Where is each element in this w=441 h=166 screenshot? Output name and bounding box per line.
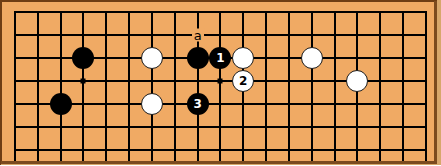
white-stone-Q16 [346,70,368,92]
grid-line-vertical [402,70,404,93]
grid-line-vertical [242,139,244,162]
grid-line-vertical [60,24,62,47]
intersection-G13[interactable] [141,139,164,162]
intersection-R16[interactable] [369,70,392,93]
grid-line-vertical [105,70,107,93]
intersection-P18[interactable] [323,24,346,47]
intersection-C15[interactable] [49,93,72,116]
intersection-G14[interactable] [141,116,164,139]
grid-line-vertical [402,139,404,162]
grid-line-vertical [265,139,267,162]
board-frame-top [0,0,441,2]
grid-line-vertical [37,70,39,93]
intersection-M14[interactable] [255,116,278,139]
grid-line-vertical [128,139,130,162]
intersection-P16[interactable] [323,70,346,93]
intersection-C17[interactable] [49,47,72,70]
grid-line-vertical [379,47,381,70]
intersection-D17[interactable] [72,47,95,70]
intersection-S16[interactable] [392,70,415,93]
grid-line-vertical [265,116,267,139]
intersection-D14[interactable] [72,116,95,139]
grid-line-vertical [105,11,107,24]
intersection-S18[interactable] [392,24,415,47]
grid-line-vertical [265,70,267,93]
grid-line-vertical [425,93,427,116]
grid-line-vertical [105,24,107,47]
grid-line-vertical [60,139,62,162]
grid-line-vertical [311,70,313,93]
intersection-A16[interactable] [4,70,27,93]
grid-line-vertical [37,11,39,24]
grid-line-vertical [311,11,313,24]
grid-line-vertical [82,93,84,116]
grid-line-vertical [402,47,404,70]
intersection-K19[interactable] [209,1,232,24]
white-stone-O17 [301,47,323,69]
intersection-D18[interactable] [72,24,95,47]
intersection-S15[interactable] [392,93,415,116]
intersection-O19[interactable] [300,1,323,24]
grid-line-vertical [105,139,107,162]
intersection-G18[interactable] [141,24,164,47]
grid-line-vertical [265,93,267,116]
intersection-K18[interactable] [209,24,232,47]
grid-line-vertical [60,47,62,70]
grid-line-vertical [402,24,404,47]
grid-line-vertical [82,139,84,162]
grid-line-vertical [288,47,290,70]
grid-line-vertical [105,116,107,139]
intersection-B16[interactable] [26,70,49,93]
grid-line-vertical [288,139,290,162]
black-stone-K17-move-1: 1 [209,47,231,69]
grid-line-vertical [219,116,221,139]
intersection-B17[interactable] [26,47,49,70]
grid-line-vertical [174,47,176,70]
grid-line-vertical [379,24,381,47]
intersection-G17[interactable] [141,47,164,70]
grid-line-vertical [425,11,427,24]
grid-line-vertical [402,11,404,24]
grid-line-vertical [14,139,16,162]
grid-line-vertical [128,11,130,24]
intersection-Q13[interactable] [346,139,369,162]
grid-line-vertical [356,93,358,116]
intersection-D13[interactable] [72,139,95,162]
intersection-O15[interactable] [300,93,323,116]
grid-line-vertical [82,116,84,139]
grid-line-vertical [425,116,427,139]
grid-line-vertical [265,24,267,47]
grid-line-vertical [379,11,381,24]
grid-line-vertical [334,70,336,93]
grid-line-vertical [288,11,290,24]
intersection-S19[interactable] [392,1,415,24]
move-number: 2 [239,75,247,87]
intersection-P13[interactable] [323,139,346,162]
intersection-M19[interactable] [255,1,278,24]
intersection-O14[interactable] [300,116,323,139]
intersection-B14[interactable] [26,116,49,139]
intersection-H14[interactable] [163,116,186,139]
intersection-J15[interactable]: 3 [186,93,209,116]
intersection-A13[interactable] [4,139,27,162]
grid-line-vertical [288,24,290,47]
grid-line-vertical [151,116,153,139]
intersection-C16[interactable] [49,70,72,93]
grid-line-vertical [151,11,153,24]
grid-line-vertical [334,139,336,162]
intersection-B15[interactable] [26,93,49,116]
grid-line-vertical [14,116,16,139]
grid-line-vertical [334,11,336,24]
grid-line-vertical [425,47,427,70]
grid-line-vertical [242,24,244,47]
grid-line-vertical [311,24,313,47]
intersection-M15[interactable] [255,93,278,116]
intersection-E16[interactable] [95,70,118,93]
grid-line-vertical [379,70,381,93]
intersection-H17[interactable] [163,47,186,70]
grid-line-vertical [356,24,358,47]
intersection-K15[interactable] [209,93,232,116]
intersection-S14[interactable] [392,116,415,139]
grid-line-vertical [334,93,336,116]
intersection-E14[interactable] [95,116,118,139]
point-label-a: a [192,29,204,42]
intersection-M18[interactable] [255,24,278,47]
intersection-G16[interactable] [141,70,164,93]
grid-line-vertical [288,70,290,93]
go-board: a123 [4,1,438,162]
intersection-E13[interactable] [95,139,118,162]
intersection-R17[interactable] [369,47,392,70]
black-stone-D17 [72,47,94,69]
grid-line-vertical [151,70,153,93]
grid-line-vertical [379,139,381,162]
intersection-N15[interactable] [278,93,301,116]
grid-line-vertical [356,116,358,139]
intersection-R15[interactable] [369,93,392,116]
intersection-D19[interactable] [72,1,95,24]
intersection-F17[interactable] [118,47,141,70]
grid-line-vertical [60,116,62,139]
grid-line-vertical [219,93,221,116]
grid-line-vertical [379,116,381,139]
intersection-R13[interactable] [369,139,392,162]
board-frame-bottom [1,161,437,164]
grid-line-vertical [37,24,39,47]
intersection-G15[interactable] [141,93,164,116]
grid-line-vertical [334,24,336,47]
grid-line-vertical [197,70,199,93]
move-number: 3 [193,98,201,110]
intersection-R19[interactable] [369,1,392,24]
intersection-L17[interactable] [232,47,255,70]
intersection-N16[interactable] [278,70,301,93]
intersection-A18[interactable] [4,24,27,47]
intersection-E19[interactable] [95,1,118,24]
intersection-J19[interactable] [186,1,209,24]
black-stone-J15-move-3: 3 [187,93,209,115]
intersection-D16[interactable] [72,70,95,93]
intersection-Q18[interactable] [346,24,369,47]
intersection-M13[interactable] [255,139,278,162]
grid-line-vertical [105,93,107,116]
intersection-C13[interactable] [49,139,72,162]
intersection-P15[interactable] [323,93,346,116]
intersection-O18[interactable] [300,24,323,47]
intersection-L19[interactable] [232,1,255,24]
grid-line-vertical [82,11,84,24]
grid-line-vertical [288,116,290,139]
intersection-J16[interactable] [186,70,209,93]
grid-line-vertical [174,70,176,93]
grid-line-vertical [197,139,199,162]
intersection-A17[interactable] [4,47,27,70]
intersection-H13[interactable] [163,139,186,162]
grid-line-vertical [37,116,39,139]
grid-line-vertical [379,93,381,116]
grid-line-vertical [288,93,290,116]
intersection-J18[interactable]: a [186,24,209,47]
grid-line-vertical [82,24,84,47]
intersection-F13[interactable] [118,139,141,162]
grid-line-vertical [425,139,427,162]
intersection-K17[interactable]: 1 [209,47,232,70]
grid-line-vertical [174,24,176,47]
go-board-diagram: a123 [0,0,441,165]
board-frame-bottom-highlight [1,164,437,166]
intersection-P17[interactable] [323,47,346,70]
intersection-A15[interactable] [4,93,27,116]
grid-line-vertical [425,70,427,93]
grid-line-vertical [60,70,62,93]
intersection-F19[interactable] [118,1,141,24]
intersection-A14[interactable] [4,116,27,139]
grid-line-vertical [219,24,221,47]
intersection-B18[interactable] [26,24,49,47]
intersection-Q16[interactable] [346,70,369,93]
grid-line-vertical [174,116,176,139]
intersection-N18[interactable] [278,24,301,47]
intersection-F15[interactable] [118,93,141,116]
intersection-M17[interactable] [255,47,278,70]
grid-line-vertical [37,47,39,70]
intersection-B19[interactable] [26,1,49,24]
grid-line-vertical [128,24,130,47]
intersection-K16[interactable] [209,70,232,93]
grid-line-vertical [311,139,313,162]
intersection-J13[interactable] [186,139,209,162]
board-frame-left [0,0,2,165]
intersection-L16[interactable]: 2 [232,70,255,93]
intersection-E18[interactable] [95,24,118,47]
intersection-D15[interactable] [72,93,95,116]
grid-line-vertical [14,47,16,70]
grid-line-vertical [311,116,313,139]
intersection-N19[interactable] [278,1,301,24]
intersection-K14[interactable] [209,116,232,139]
intersection-G19[interactable] [141,1,164,24]
intersection-B13[interactable] [26,139,49,162]
grid-line-vertical [14,11,16,24]
intersection-J17[interactable] [186,47,209,70]
intersection-O13[interactable] [300,139,323,162]
grid-line-vertical [242,93,244,116]
intersection-L15[interactable] [232,93,255,116]
intersection-A19[interactable] [4,1,27,24]
board-frame-right [434,1,438,164]
grid-line-vertical [151,139,153,162]
intersection-C18[interactable] [49,24,72,47]
grid-line-vertical [425,24,427,47]
grid-line-vertical [402,93,404,116]
grid-line-vertical [128,116,130,139]
intersection-R14[interactable] [369,116,392,139]
grid-line-vertical [197,116,199,139]
intersection-M16[interactable] [255,70,278,93]
star-point-K16 [218,79,223,84]
intersection-H16[interactable] [163,70,186,93]
grid-line-vertical [174,139,176,162]
intersection-O17[interactable] [300,47,323,70]
grid-line-vertical [219,139,221,162]
intersection-N13[interactable] [278,139,301,162]
intersection-P14[interactable] [323,116,346,139]
white-stone-L17 [232,47,254,69]
grid-line-vertical [334,116,336,139]
intersection-H19[interactable] [163,1,186,24]
grid-line-vertical [128,93,130,116]
white-stone-G17 [141,47,163,69]
intersection-Q19[interactable] [346,1,369,24]
grid-line-vertical [242,116,244,139]
white-stone-L16-move-2: 2 [232,70,254,92]
intersection-K13[interactable] [209,139,232,162]
intersection-E17[interactable] [95,47,118,70]
grid-line-vertical [356,139,358,162]
intersection-Q15[interactable] [346,93,369,116]
intersection-H18[interactable] [163,24,186,47]
intersection-Q14[interactable] [346,116,369,139]
grid-line-vertical [128,47,130,70]
grid-line-vertical [402,116,404,139]
grid-line-vertical [151,24,153,47]
grid-line-vertical [242,11,244,24]
intersection-L13[interactable] [232,139,255,162]
grid-line-vertical [334,47,336,70]
intersection-E15[interactable] [95,93,118,116]
white-stone-G15 [141,93,163,115]
intersection-P19[interactable] [323,1,346,24]
intersection-R18[interactable] [369,24,392,47]
intersection-S13[interactable] [392,139,415,162]
grid-line-vertical [197,11,199,24]
intersection-F14[interactable] [118,116,141,139]
grid-line-vertical [60,11,62,24]
grid-line-vertical [219,11,221,24]
intersection-J14[interactable] [186,116,209,139]
intersection-O16[interactable] [300,70,323,93]
black-stone-J17 [187,47,209,69]
intersection-F16[interactable] [118,70,141,93]
grid-line-vertical [311,93,313,116]
grid-line-vertical [265,47,267,70]
intersection-C14[interactable] [49,116,72,139]
grid-line-vertical [105,47,107,70]
grid-line-vertical [356,47,358,70]
grid-line-vertical [174,93,176,116]
intersection-Q17[interactable] [346,47,369,70]
grid-line-vertical [356,11,358,24]
board-frame-right-highlight [437,0,441,165]
intersection-N17[interactable] [278,47,301,70]
grid-line-vertical [37,139,39,162]
grid-line-vertical [14,24,16,47]
black-stone-C15 [50,93,72,115]
grid-line-vertical [265,11,267,24]
star-point-D16 [81,79,86,84]
intersection-C19[interactable] [49,1,72,24]
grid-line-vertical [14,70,16,93]
intersection-L18[interactable] [232,24,255,47]
intersection-S17[interactable] [392,47,415,70]
intersection-F18[interactable] [118,24,141,47]
grid-line-vertical [37,93,39,116]
grid-line-vertical [174,11,176,24]
move-number: 1 [216,52,224,64]
intersection-L14[interactable] [232,116,255,139]
intersection-H15[interactable] [163,93,186,116]
intersection-N14[interactable] [278,116,301,139]
grid-line-vertical [128,70,130,93]
grid-line-vertical [14,93,16,116]
